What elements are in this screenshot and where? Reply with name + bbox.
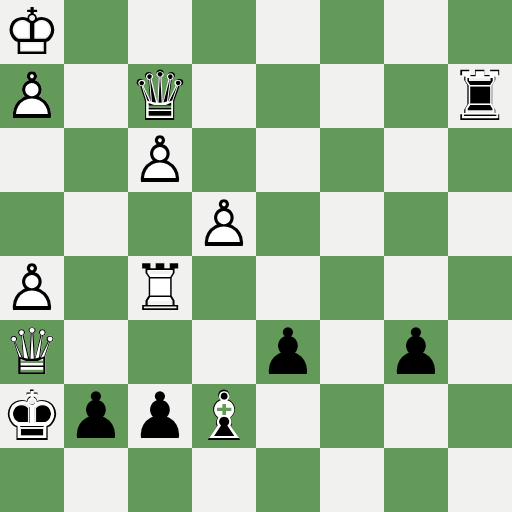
square-a6[interactable] — [0, 128, 64, 192]
black-pawn: ♟ — [128, 384, 192, 448]
square-d6[interactable] — [192, 128, 256, 192]
square-c7[interactable]: ♛♕ — [128, 64, 192, 128]
square-c5[interactable] — [128, 192, 192, 256]
square-a5[interactable] — [0, 192, 64, 256]
square-g1[interactable] — [384, 448, 448, 512]
white-pawn: ♟♙ — [0, 256, 64, 320]
black-bishop: ♝♗ — [192, 384, 256, 448]
square-h7[interactable]: ♜♖ — [448, 64, 512, 128]
piece-glyph: ♜ — [445, 61, 512, 130]
white-rook: ♜♖ — [128, 256, 192, 320]
piece-glyph: ♕ — [0, 320, 64, 384]
piece-glyph: ♔ — [0, 384, 64, 448]
square-a1[interactable] — [0, 448, 64, 512]
square-b1[interactable] — [64, 448, 128, 512]
square-g2[interactable] — [384, 384, 448, 448]
piece-glyph: ♚ — [0, 0, 64, 64]
square-f2[interactable] — [320, 384, 384, 448]
square-a4[interactable]: ♟♙ — [0, 256, 64, 320]
square-e3[interactable]: ♟ — [256, 320, 320, 384]
square-b3[interactable] — [64, 320, 128, 384]
piece-glyph: ♟ — [256, 320, 320, 384]
piece-glyph: ♖ — [128, 256, 192, 320]
square-a8[interactable]: ♚♔ — [0, 0, 64, 64]
square-d5[interactable]: ♟♙ — [192, 192, 256, 256]
piece-glyph: ♝ — [189, 381, 258, 450]
square-c4[interactable]: ♜♖ — [128, 256, 192, 320]
square-b4[interactable] — [64, 256, 128, 320]
square-c8[interactable] — [128, 0, 192, 64]
piece-glyph: ♕ — [128, 64, 192, 128]
square-b5[interactable] — [64, 192, 128, 256]
white-king: ♚♔ — [0, 0, 64, 64]
piece-glyph: ♚ — [0, 381, 67, 450]
square-e6[interactable] — [256, 128, 320, 192]
square-f5[interactable] — [320, 192, 384, 256]
square-g3[interactable]: ♟ — [384, 320, 448, 384]
square-e5[interactable] — [256, 192, 320, 256]
square-e2[interactable] — [256, 384, 320, 448]
square-f3[interactable] — [320, 320, 384, 384]
piece-glyph: ♟ — [64, 384, 128, 448]
square-e1[interactable] — [256, 448, 320, 512]
square-e8[interactable] — [256, 0, 320, 64]
piece-glyph: ♙ — [128, 128, 192, 192]
square-f4[interactable] — [320, 256, 384, 320]
white-pawn: ♟♙ — [128, 128, 192, 192]
square-a2[interactable]: ♚♔ — [0, 384, 64, 448]
white-pawn: ♟♙ — [0, 64, 64, 128]
square-d7[interactable] — [192, 64, 256, 128]
black-pawn: ♟ — [384, 320, 448, 384]
square-b7[interactable] — [64, 64, 128, 128]
square-a3[interactable]: ♛♕ — [0, 320, 64, 384]
square-c1[interactable] — [128, 448, 192, 512]
piece-glyph: ♖ — [448, 64, 512, 128]
piece-glyph: ♗ — [192, 384, 256, 448]
square-g4[interactable] — [384, 256, 448, 320]
square-h6[interactable] — [448, 128, 512, 192]
piece-glyph: ♟ — [128, 128, 192, 192]
square-d8[interactable] — [192, 0, 256, 64]
black-king: ♚♔ — [0, 384, 64, 448]
square-c6[interactable]: ♟♙ — [128, 128, 192, 192]
piece-glyph: ♟ — [384, 320, 448, 384]
piece-glyph: ♙ — [192, 192, 256, 256]
square-b2[interactable]: ♟ — [64, 384, 128, 448]
square-f6[interactable] — [320, 128, 384, 192]
square-h2[interactable] — [448, 384, 512, 448]
white-queen: ♛♕ — [0, 320, 64, 384]
black-pawn: ♟ — [64, 384, 128, 448]
square-d4[interactable] — [192, 256, 256, 320]
black-pawn: ♟ — [256, 320, 320, 384]
square-d2[interactable]: ♝♗ — [192, 384, 256, 448]
square-f1[interactable] — [320, 448, 384, 512]
square-b6[interactable] — [64, 128, 128, 192]
piece-glyph: ♙ — [0, 64, 64, 128]
square-g5[interactable] — [384, 192, 448, 256]
white-pawn: ♟♙ — [192, 192, 256, 256]
square-h3[interactable] — [448, 320, 512, 384]
square-g6[interactable] — [384, 128, 448, 192]
square-d1[interactable] — [192, 448, 256, 512]
square-h1[interactable] — [448, 448, 512, 512]
square-f8[interactable] — [320, 0, 384, 64]
piece-glyph: ♛ — [0, 320, 64, 384]
square-e7[interactable] — [256, 64, 320, 128]
black-rook: ♜♖ — [448, 64, 512, 128]
piece-glyph: ♔ — [0, 0, 64, 64]
square-e4[interactable] — [256, 256, 320, 320]
piece-glyph: ♙ — [0, 256, 64, 320]
square-c3[interactable] — [128, 320, 192, 384]
square-a7[interactable]: ♟♙ — [0, 64, 64, 128]
square-h5[interactable] — [448, 192, 512, 256]
square-h4[interactable] — [448, 256, 512, 320]
piece-glyph: ♟ — [0, 64, 64, 128]
piece-glyph: ♟ — [0, 256, 64, 320]
black-queen: ♛♕ — [128, 64, 192, 128]
piece-glyph: ♛ — [125, 61, 194, 130]
square-g8[interactable] — [384, 0, 448, 64]
square-h8[interactable] — [448, 0, 512, 64]
chessboard: ♚♔♟♙♛♕♜♖♟♙♟♙♟♙♜♖♛♕♟♟♚♔♟♟♝♗ — [0, 0, 512, 512]
piece-glyph: ♟ — [192, 192, 256, 256]
square-d3[interactable] — [192, 320, 256, 384]
piece-glyph: ♟ — [128, 384, 192, 448]
square-c2[interactable]: ♟ — [128, 384, 192, 448]
square-g7[interactable] — [384, 64, 448, 128]
square-f7[interactable] — [320, 64, 384, 128]
piece-glyph: ♜ — [128, 256, 192, 320]
square-b8[interactable] — [64, 0, 128, 64]
